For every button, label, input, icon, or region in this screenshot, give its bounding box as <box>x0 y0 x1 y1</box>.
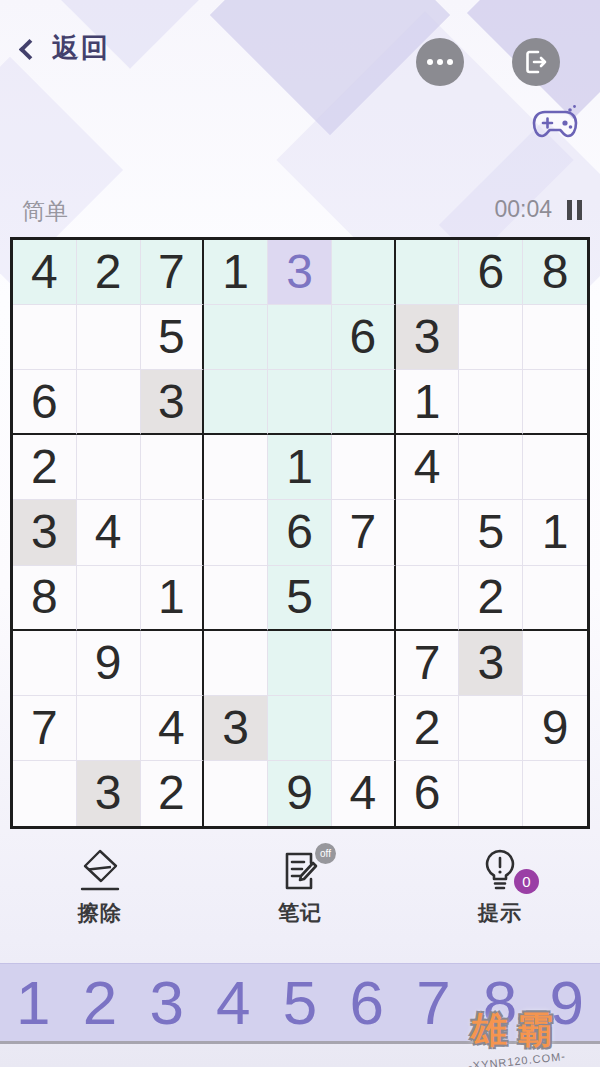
sudoku-cell-r3c8[interactable] <box>459 370 523 435</box>
sudoku-cell-r6c9[interactable] <box>523 566 587 631</box>
sudoku-cell-r9c2[interactable]: 3 <box>77 761 141 826</box>
sudoku-cell-r7c2[interactable]: 9 <box>77 631 141 696</box>
sudoku-cell-r5c8[interactable]: 5 <box>459 500 523 565</box>
sudoku-cell-r8c9[interactable]: 9 <box>523 696 587 761</box>
sudoku-cell-r4c8[interactable] <box>459 435 523 500</box>
sudoku-cell-r8c1[interactable]: 7 <box>13 696 77 761</box>
notes-off-badge: off <box>315 843 336 864</box>
numpad: 123456789 <box>0 963 600 1044</box>
sudoku-cell-r6c2[interactable] <box>77 566 141 631</box>
sudoku-cell-r9c3[interactable]: 2 <box>141 761 205 826</box>
sudoku-cell-r1c2[interactable]: 2 <box>77 240 141 305</box>
sudoku-board: 427136856363121434675181529737432932946 <box>10 237 590 829</box>
sudoku-cell-r5c6[interactable]: 7 <box>332 500 396 565</box>
sudoku-cell-r1c9[interactable]: 8 <box>523 240 587 305</box>
numpad-key-9[interactable]: 9 <box>533 964 600 1041</box>
sudoku-cell-r1c3[interactable]: 7 <box>141 240 205 305</box>
sudoku-cell-r9c1[interactable] <box>13 761 77 826</box>
numpad-key-3[interactable]: 3 <box>133 964 200 1041</box>
gamepad-icon <box>529 102 581 146</box>
sudoku-cell-r3c5[interactable] <box>268 370 332 435</box>
ellipsis-icon <box>427 59 453 65</box>
sudoku-cell-r8c7[interactable]: 2 <box>396 696 460 761</box>
sudoku-cell-r2c8[interactable] <box>459 305 523 370</box>
sudoku-cell-r6c3[interactable]: 1 <box>141 566 205 631</box>
sudoku-cell-r5c2[interactable]: 4 <box>77 500 141 565</box>
sudoku-cell-r6c5[interactable]: 5 <box>268 566 332 631</box>
sudoku-cell-r4c6[interactable] <box>332 435 396 500</box>
numpad-key-2[interactable]: 2 <box>67 964 134 1041</box>
sudoku-cell-r1c5[interactable]: 3 <box>268 240 332 305</box>
sudoku-cell-r7c4[interactable] <box>204 631 268 696</box>
toolbar: 擦除 off 笔记 0 <box>0 848 600 927</box>
sudoku-cell-r7c7[interactable]: 7 <box>396 631 460 696</box>
sudoku-cell-r9c7[interactable]: 6 <box>396 761 460 826</box>
watermark-url: -XYNR120.COM- <box>438 1047 596 1067</box>
sudoku-cell-r9c5[interactable]: 9 <box>268 761 332 826</box>
sudoku-cell-r4c5[interactable]: 1 <box>268 435 332 500</box>
sudoku-cell-r8c8[interactable] <box>459 696 523 761</box>
back-button[interactable]: 返回 <box>22 30 110 66</box>
sudoku-cell-r8c3[interactable]: 4 <box>141 696 205 761</box>
hint-lightbulb-icon: 0 <box>477 848 523 894</box>
sudoku-cell-r3c4[interactable] <box>204 370 268 435</box>
sudoku-cell-r3c9[interactable] <box>523 370 587 435</box>
sudoku-cell-r7c5[interactable] <box>268 631 332 696</box>
erase-label: 擦除 <box>78 899 122 927</box>
sudoku-cell-r3c1[interactable]: 6 <box>13 370 77 435</box>
sudoku-cell-r9c6[interactable]: 4 <box>332 761 396 826</box>
notes-icon: off <box>277 848 323 894</box>
sudoku-cell-r6c6[interactable] <box>332 566 396 631</box>
eraser-icon <box>77 848 123 894</box>
sudoku-cell-r2c4[interactable] <box>204 305 268 370</box>
sudoku-cell-r9c8[interactable] <box>459 761 523 826</box>
sudoku-cell-r8c5[interactable] <box>268 696 332 761</box>
sudoku-cell-r3c3[interactable]: 3 <box>141 370 205 435</box>
sudoku-cell-r2c9[interactable] <box>523 305 587 370</box>
sudoku-cell-r2c2[interactable] <box>77 305 141 370</box>
gamepad-button[interactable] <box>529 102 581 146</box>
sudoku-cell-r5c9[interactable]: 1 <box>523 500 587 565</box>
back-chevron-icon <box>19 38 40 59</box>
numpad-key-4[interactable]: 4 <box>200 964 267 1041</box>
sudoku-cell-r4c7[interactable]: 4 <box>396 435 460 500</box>
sudoku-cell-r4c2[interactable] <box>77 435 141 500</box>
notes-label: 笔记 <box>278 899 322 927</box>
erase-button[interactable]: 擦除 <box>77 848 123 927</box>
sudoku-cell-r1c7[interactable] <box>396 240 460 305</box>
pause-button[interactable] <box>567 200 582 220</box>
sudoku-cell-r3c7[interactable]: 1 <box>396 370 460 435</box>
sudoku-cell-r8c2[interactable] <box>77 696 141 761</box>
sudoku-cell-r5c4[interactable] <box>204 500 268 565</box>
difficulty-label: 简单 <box>22 196 68 227</box>
sudoku-cell-r6c8[interactable]: 2 <box>459 566 523 631</box>
sudoku-cell-r4c9[interactable] <box>523 435 587 500</box>
sudoku-cell-r4c4[interactable] <box>204 435 268 500</box>
sudoku-cell-r2c3[interactable]: 5 <box>141 305 205 370</box>
sudoku-cell-r7c1[interactable] <box>13 631 77 696</box>
sudoku-cell-r7c6[interactable] <box>332 631 396 696</box>
sudoku-cell-r8c4[interactable]: 3 <box>204 696 268 761</box>
sudoku-cell-r2c1[interactable] <box>13 305 77 370</box>
numpad-key-5[interactable]: 5 <box>267 964 334 1041</box>
sudoku-cell-r5c7[interactable] <box>396 500 460 565</box>
sudoku-cell-r1c6[interactable] <box>332 240 396 305</box>
sudoku-cell-r5c3[interactable] <box>141 500 205 565</box>
sudoku-cell-r2c7[interactable]: 3 <box>396 305 460 370</box>
back-label: 返回 <box>52 30 110 66</box>
numpad-key-8[interactable]: 8 <box>467 964 534 1041</box>
sudoku-cell-r7c8[interactable]: 3 <box>459 631 523 696</box>
sudoku-cell-r4c1[interactable]: 2 <box>13 435 77 500</box>
sudoku-cell-r3c2[interactable] <box>77 370 141 435</box>
more-menu-button[interactable] <box>416 38 464 86</box>
sudoku-cell-r2c6[interactable]: 6 <box>332 305 396 370</box>
sudoku-app: 返回 简单 00:04 4271368563631214346751 <box>0 0 600 1067</box>
sudoku-cell-r4c3[interactable] <box>141 435 205 500</box>
hint-label: 提示 <box>478 899 522 927</box>
sudoku-cell-r5c1[interactable]: 3 <box>13 500 77 565</box>
sudoku-cell-r6c1[interactable]: 8 <box>13 566 77 631</box>
numpad-key-1[interactable]: 1 <box>0 964 67 1041</box>
sudoku-cell-r9c9[interactable] <box>523 761 587 826</box>
hint-count-badge: 0 <box>514 869 539 894</box>
numpad-key-7[interactable]: 7 <box>400 964 467 1041</box>
sudoku-cell-r7c9[interactable] <box>523 631 587 696</box>
hint-button[interactable]: 0 提示 <box>477 848 523 927</box>
sudoku-cell-r1c1[interactable]: 4 <box>13 240 77 305</box>
sudoku-cell-r6c4[interactable] <box>204 566 268 631</box>
sudoku-cell-r1c8[interactable]: 6 <box>459 240 523 305</box>
numpad-key-6[interactable]: 6 <box>333 964 400 1041</box>
sudoku-cell-r1c4[interactable]: 1 <box>204 240 268 305</box>
sudoku-cell-r7c3[interactable] <box>141 631 205 696</box>
exit-icon <box>523 49 549 75</box>
sudoku-cell-r3c6[interactable] <box>332 370 396 435</box>
sudoku-cell-r2c5[interactable] <box>268 305 332 370</box>
exit-button[interactable] <box>512 38 560 86</box>
notes-button[interactable]: off 笔记 <box>277 848 323 927</box>
sudoku-cell-r8c6[interactable] <box>332 696 396 761</box>
sudoku-cell-r6c7[interactable] <box>396 566 460 631</box>
timer-value: 00:04 <box>494 196 552 223</box>
sudoku-cell-r5c5[interactable]: 6 <box>268 500 332 565</box>
sudoku-cell-r9c4[interactable] <box>204 761 268 826</box>
